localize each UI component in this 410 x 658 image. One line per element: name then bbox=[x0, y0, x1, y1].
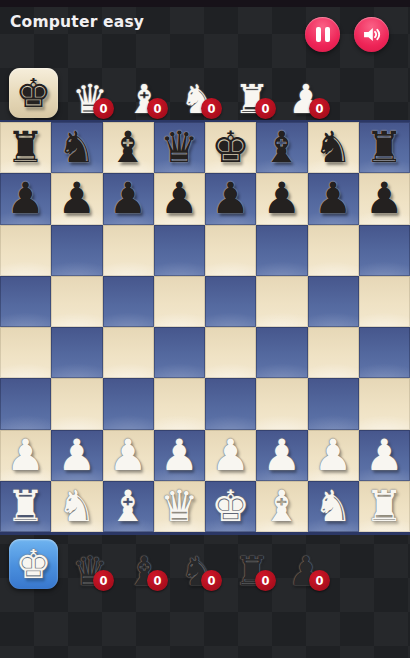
square-a5[interactable] bbox=[0, 276, 51, 327]
white-queen[interactable]: ♛ bbox=[160, 485, 199, 528]
speaker-on-icon bbox=[361, 24, 382, 45]
white-pawn[interactable]: ♟ bbox=[263, 434, 302, 477]
square-d2[interactable]: ♟ bbox=[154, 430, 205, 481]
black-pawn[interactable]: ♟ bbox=[263, 177, 302, 220]
square-e5[interactable] bbox=[205, 276, 256, 327]
pause-button[interactable] bbox=[305, 17, 340, 52]
square-f1[interactable]: ♝ bbox=[256, 481, 307, 532]
square-h5[interactable] bbox=[359, 276, 410, 327]
count-badge: 0 bbox=[309, 570, 330, 591]
square-a2[interactable]: ♟ bbox=[0, 430, 51, 481]
black-pawn[interactable]: ♟ bbox=[58, 177, 97, 220]
count-badge: 0 bbox=[255, 98, 276, 119]
square-f4[interactable] bbox=[256, 327, 307, 378]
black-rook[interactable]: ♜ bbox=[365, 126, 404, 169]
square-e1[interactable]: ♚ bbox=[205, 481, 256, 532]
square-e8[interactable]: ♚ bbox=[205, 122, 256, 173]
black-pawn[interactable]: ♟ bbox=[314, 177, 353, 220]
square-g3[interactable] bbox=[308, 378, 359, 429]
white-pawn[interactable]: ♟ bbox=[6, 434, 45, 477]
square-c5[interactable] bbox=[103, 276, 154, 327]
square-d6[interactable] bbox=[154, 225, 205, 276]
sound-button[interactable] bbox=[354, 17, 389, 52]
square-d3[interactable] bbox=[154, 378, 205, 429]
captured-white-knight: ♞0 bbox=[171, 66, 225, 118]
square-e2[interactable]: ♟ bbox=[205, 430, 256, 481]
white-rook[interactable]: ♜ bbox=[6, 485, 45, 528]
black-queen[interactable]: ♛ bbox=[160, 126, 199, 169]
square-e4[interactable] bbox=[205, 327, 256, 378]
status-bar bbox=[0, 0, 410, 7]
square-a8[interactable]: ♜ bbox=[0, 122, 51, 173]
square-c8[interactable]: ♝ bbox=[103, 122, 154, 173]
white-pawn[interactable]: ♟ bbox=[109, 434, 148, 477]
square-b5[interactable] bbox=[51, 276, 102, 327]
square-a3[interactable] bbox=[0, 378, 51, 429]
square-a1[interactable]: ♜ bbox=[0, 481, 51, 532]
white-bishop[interactable]: ♝ bbox=[109, 485, 148, 528]
white-king[interactable]: ♚ bbox=[211, 485, 250, 528]
square-b3[interactable] bbox=[51, 378, 102, 429]
square-a4[interactable] bbox=[0, 327, 51, 378]
chess-board: ♜♞♝♛♚♝♞♜♟♟♟♟♟♟♟♟♟♟♟♟♟♟♟♟♜♞♝♛♚♝♞♜ bbox=[0, 120, 410, 535]
square-g6[interactable] bbox=[308, 225, 359, 276]
black-knight[interactable]: ♞ bbox=[58, 126, 97, 169]
white-rook[interactable]: ♜ bbox=[365, 485, 404, 528]
square-g1[interactable]: ♞ bbox=[308, 481, 359, 532]
count-badge: 0 bbox=[201, 98, 222, 119]
square-c6[interactable] bbox=[103, 225, 154, 276]
square-f8[interactable]: ♝ bbox=[256, 122, 307, 173]
square-b4[interactable] bbox=[51, 327, 102, 378]
count-badge: 0 bbox=[309, 98, 330, 119]
square-g5[interactable] bbox=[308, 276, 359, 327]
square-e7[interactable]: ♟ bbox=[205, 173, 256, 224]
black-king[interactable]: ♚ bbox=[211, 126, 250, 169]
captured-white-pieces: ♛0♝0♞0♜0♟0 bbox=[63, 66, 333, 118]
captured-black-pieces: ♛0♝0♞0♜0♟0 bbox=[63, 538, 333, 590]
black-pawn[interactable]: ♟ bbox=[160, 177, 199, 220]
square-g2[interactable]: ♟ bbox=[308, 430, 359, 481]
white-king-icon: ♚ bbox=[16, 544, 52, 584]
count-badge: 0 bbox=[255, 570, 276, 591]
count-badge: 0 bbox=[93, 570, 114, 591]
square-h3[interactable] bbox=[359, 378, 410, 429]
square-h2[interactable]: ♟ bbox=[359, 430, 410, 481]
square-h6[interactable] bbox=[359, 225, 410, 276]
square-h7[interactable]: ♟ bbox=[359, 173, 410, 224]
captured-white-rook: ♜0 bbox=[225, 66, 279, 118]
square-f6[interactable] bbox=[256, 225, 307, 276]
square-b8[interactable]: ♞ bbox=[51, 122, 102, 173]
captured-white-bishop: ♝0 bbox=[117, 66, 171, 118]
captured-black-rook: ♜0 bbox=[225, 538, 279, 590]
black-pawn[interactable]: ♟ bbox=[211, 177, 250, 220]
white-pawn[interactable]: ♟ bbox=[365, 434, 404, 477]
black-knight[interactable]: ♞ bbox=[314, 126, 353, 169]
square-b2[interactable]: ♟ bbox=[51, 430, 102, 481]
square-e3[interactable] bbox=[205, 378, 256, 429]
square-a7[interactable]: ♟ bbox=[0, 173, 51, 224]
square-g7[interactable]: ♟ bbox=[308, 173, 359, 224]
square-b7[interactable]: ♟ bbox=[51, 173, 102, 224]
square-d4[interactable] bbox=[154, 327, 205, 378]
square-g8[interactable]: ♞ bbox=[308, 122, 359, 173]
black-rook[interactable]: ♜ bbox=[6, 126, 45, 169]
count-badge: 0 bbox=[93, 98, 114, 119]
square-d1[interactable]: ♛ bbox=[154, 481, 205, 532]
captured-black-bishop: ♝0 bbox=[117, 538, 171, 590]
square-e6[interactable] bbox=[205, 225, 256, 276]
square-f2[interactable]: ♟ bbox=[256, 430, 307, 481]
black-bishop[interactable]: ♝ bbox=[109, 126, 148, 169]
count-badge: 0 bbox=[147, 570, 168, 591]
captured-black-knight: ♞0 bbox=[171, 538, 225, 590]
square-c3[interactable] bbox=[103, 378, 154, 429]
white-pawn[interactable]: ♟ bbox=[211, 434, 250, 477]
white-pawn[interactable]: ♟ bbox=[314, 434, 353, 477]
square-c7[interactable]: ♟ bbox=[103, 173, 154, 224]
white-pawn[interactable]: ♟ bbox=[58, 434, 97, 477]
white-knight[interactable]: ♞ bbox=[314, 485, 353, 528]
square-d7[interactable]: ♟ bbox=[154, 173, 205, 224]
square-b6[interactable] bbox=[51, 225, 102, 276]
square-f7[interactable]: ♟ bbox=[256, 173, 307, 224]
square-h1[interactable]: ♜ bbox=[359, 481, 410, 532]
count-badge: 0 bbox=[201, 570, 222, 591]
square-a6[interactable] bbox=[0, 225, 51, 276]
white-pawn[interactable]: ♟ bbox=[160, 434, 199, 477]
captured-white-queen: ♛0 bbox=[63, 66, 117, 118]
white-bishop[interactable]: ♝ bbox=[263, 485, 302, 528]
black-pawn[interactable]: ♟ bbox=[365, 177, 404, 220]
white-player-button[interactable]: ♚ bbox=[9, 539, 58, 589]
black-pawn[interactable]: ♟ bbox=[6, 177, 45, 220]
black-king-icon: ♚ bbox=[16, 73, 52, 113]
square-d8[interactable]: ♛ bbox=[154, 122, 205, 173]
captured-black-pawn: ♟0 bbox=[279, 538, 333, 590]
square-d5[interactable] bbox=[154, 276, 205, 327]
square-f5[interactable] bbox=[256, 276, 307, 327]
captured-black-queen: ♛0 bbox=[63, 538, 117, 590]
square-h4[interactable] bbox=[359, 327, 410, 378]
square-c1[interactable]: ♝ bbox=[103, 481, 154, 532]
square-g4[interactable] bbox=[308, 327, 359, 378]
black-player-button[interactable]: ♚ bbox=[9, 68, 58, 118]
pause-icon bbox=[316, 27, 321, 42]
square-b1[interactable]: ♞ bbox=[51, 481, 102, 532]
black-bishop[interactable]: ♝ bbox=[263, 126, 302, 169]
square-h8[interactable]: ♜ bbox=[359, 122, 410, 173]
black-pawn[interactable]: ♟ bbox=[109, 177, 148, 220]
square-c2[interactable]: ♟ bbox=[103, 430, 154, 481]
page-title: Computer easy bbox=[10, 13, 144, 31]
captured-white-pawn: ♟0 bbox=[279, 66, 333, 118]
count-badge: 0 bbox=[147, 98, 168, 119]
square-f3[interactable] bbox=[256, 378, 307, 429]
square-c4[interactable] bbox=[103, 327, 154, 378]
white-knight[interactable]: ♞ bbox=[58, 485, 97, 528]
